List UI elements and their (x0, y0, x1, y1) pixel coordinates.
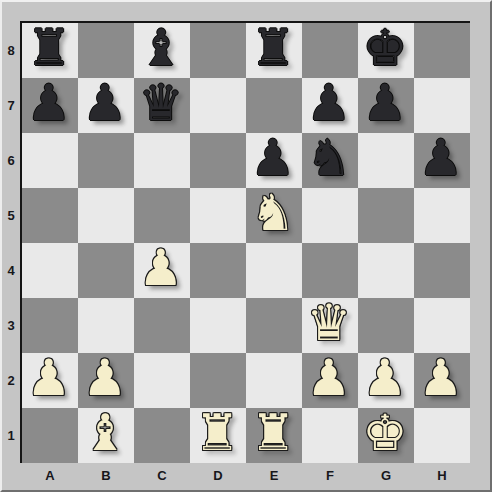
board-frame: 87654321 ♜♝♜♚♟♟♛♟♟♟♞♟♞♟♛♟♟♟♟♟♝♜♜♚ ABCDEF… (0, 0, 492, 492)
chess-board: ♜♝♜♚♟♟♛♟♟♟♞♟♞♟♛♟♟♟♟♟♝♜♜♚ (22, 23, 470, 463)
square-b5[interactable] (78, 188, 134, 243)
square-e6[interactable]: ♟ (246, 133, 302, 188)
square-c2[interactable] (134, 353, 190, 408)
square-e8[interactable]: ♜ (246, 23, 302, 78)
black-rook-e8: ♜ (251, 21, 296, 76)
white-rook-e1: ♜ (251, 406, 296, 461)
square-f1[interactable] (302, 408, 358, 463)
square-g7[interactable]: ♟ (358, 78, 414, 133)
square-d5[interactable] (190, 188, 246, 243)
white-pawn-g2: ♟ (363, 351, 408, 406)
square-b7[interactable]: ♟ (78, 78, 134, 133)
white-rook-d1: ♜ (195, 406, 240, 461)
square-c1[interactable] (134, 408, 190, 463)
square-c5[interactable] (134, 188, 190, 243)
square-a1[interactable] (22, 408, 78, 463)
black-pawn-g7: ♟ (363, 76, 408, 131)
square-d3[interactable] (190, 298, 246, 353)
square-d2[interactable] (190, 353, 246, 408)
square-f2[interactable]: ♟ (302, 353, 358, 408)
square-e1[interactable]: ♜ (246, 408, 302, 463)
file-label-g: G (358, 465, 414, 486)
square-d1[interactable]: ♜ (190, 408, 246, 463)
white-knight-e5: ♞ (251, 186, 296, 241)
white-pawn-h2: ♟ (419, 351, 464, 406)
file-label-h: H (414, 465, 470, 486)
square-a3[interactable] (22, 298, 78, 353)
square-b4[interactable] (78, 243, 134, 298)
square-f6[interactable]: ♞ (302, 133, 358, 188)
square-c4[interactable]: ♟ (134, 243, 190, 298)
square-b8[interactable] (78, 23, 134, 78)
square-h5[interactable] (414, 188, 470, 243)
square-d7[interactable] (190, 78, 246, 133)
square-h1[interactable] (414, 408, 470, 463)
file-label-b: B (78, 465, 134, 486)
white-pawn-b2: ♟ (83, 351, 128, 406)
file-labels: ABCDEFGH (22, 465, 470, 486)
square-h8[interactable] (414, 23, 470, 78)
rank-label-8: 8 (2, 23, 20, 78)
square-d4[interactable] (190, 243, 246, 298)
black-queen-c7: ♛ (139, 76, 184, 131)
square-c3[interactable] (134, 298, 190, 353)
rank-label-4: 4 (2, 243, 20, 298)
square-g3[interactable] (358, 298, 414, 353)
black-knight-f6: ♞ (307, 131, 352, 186)
white-pawn-a2: ♟ (27, 351, 72, 406)
square-a2[interactable]: ♟ (22, 353, 78, 408)
board-border: ♜♝♜♚♟♟♛♟♟♟♞♟♞♟♛♟♟♟♟♟♝♜♜♚ (20, 21, 470, 463)
square-d8[interactable] (190, 23, 246, 78)
square-a7[interactable]: ♟ (22, 78, 78, 133)
black-pawn-h6: ♟ (419, 131, 464, 186)
square-g1[interactable]: ♚ (358, 408, 414, 463)
square-a8[interactable]: ♜ (22, 23, 78, 78)
black-pawn-a7: ♟ (27, 76, 72, 131)
square-f3[interactable]: ♛ (302, 298, 358, 353)
square-b3[interactable] (78, 298, 134, 353)
square-g5[interactable] (358, 188, 414, 243)
square-c7[interactable]: ♛ (134, 78, 190, 133)
square-h2[interactable]: ♟ (414, 353, 470, 408)
black-pawn-b7: ♟ (83, 76, 128, 131)
square-a4[interactable] (22, 243, 78, 298)
square-h3[interactable] (414, 298, 470, 353)
square-a6[interactable] (22, 133, 78, 188)
rank-label-1: 1 (2, 408, 20, 463)
square-f7[interactable]: ♟ (302, 78, 358, 133)
square-b1[interactable]: ♝ (78, 408, 134, 463)
rank-label-7: 7 (2, 78, 20, 133)
square-h6[interactable]: ♟ (414, 133, 470, 188)
square-f8[interactable] (302, 23, 358, 78)
black-rook-a8: ♜ (27, 21, 72, 76)
file-label-c: C (134, 465, 190, 486)
square-e2[interactable] (246, 353, 302, 408)
file-label-f: F (302, 465, 358, 486)
white-queen-f3: ♛ (307, 296, 352, 351)
square-h7[interactable] (414, 78, 470, 133)
square-d6[interactable] (190, 133, 246, 188)
square-a5[interactable] (22, 188, 78, 243)
white-bishop-b1: ♝ (83, 406, 128, 461)
file-label-e: E (246, 465, 302, 486)
rank-label-2: 2 (2, 353, 20, 408)
square-c8[interactable]: ♝ (134, 23, 190, 78)
white-pawn-c4: ♟ (139, 241, 184, 296)
square-b6[interactable] (78, 133, 134, 188)
rank-labels: 87654321 (2, 23, 20, 463)
file-label-a: A (22, 465, 78, 486)
square-e5[interactable]: ♞ (246, 188, 302, 243)
black-king-g8: ♚ (363, 21, 408, 76)
square-g8[interactable]: ♚ (358, 23, 414, 78)
square-e3[interactable] (246, 298, 302, 353)
square-g6[interactable] (358, 133, 414, 188)
black-pawn-e6: ♟ (251, 131, 296, 186)
rank-label-6: 6 (2, 133, 20, 188)
square-c6[interactable] (134, 133, 190, 188)
square-e4[interactable] (246, 243, 302, 298)
square-f4[interactable] (302, 243, 358, 298)
square-g2[interactable]: ♟ (358, 353, 414, 408)
square-f5[interactable] (302, 188, 358, 243)
white-pawn-f2: ♟ (307, 351, 352, 406)
black-bishop-c8: ♝ (139, 21, 184, 76)
file-label-d: D (190, 465, 246, 486)
square-g4[interactable] (358, 243, 414, 298)
square-e7[interactable] (246, 78, 302, 133)
white-king-g1: ♚ (363, 406, 408, 461)
rank-label-3: 3 (2, 298, 20, 353)
black-pawn-f7: ♟ (307, 76, 352, 131)
rank-label-5: 5 (2, 188, 20, 243)
square-b2[interactable]: ♟ (78, 353, 134, 408)
square-h4[interactable] (414, 243, 470, 298)
